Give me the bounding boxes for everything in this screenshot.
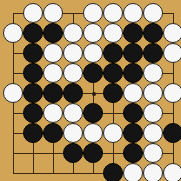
white-stone[interactable] xyxy=(143,103,163,123)
white-stone[interactable] xyxy=(83,23,103,43)
black-stone[interactable] xyxy=(43,123,63,143)
white-stone[interactable] xyxy=(43,3,63,23)
black-stone[interactable] xyxy=(103,63,123,83)
black-stone[interactable] xyxy=(123,23,143,43)
black-stone[interactable] xyxy=(23,83,43,103)
black-stone[interactable] xyxy=(123,43,143,63)
white-stone[interactable] xyxy=(163,163,181,181)
white-stone[interactable] xyxy=(3,83,23,103)
white-stone[interactable] xyxy=(103,123,123,143)
black-stone[interactable] xyxy=(103,43,123,63)
white-stone[interactable] xyxy=(63,43,83,63)
white-stone[interactable] xyxy=(3,23,23,43)
white-stone[interactable] xyxy=(63,123,83,143)
black-stone[interactable] xyxy=(23,43,43,63)
white-stone[interactable] xyxy=(83,43,103,63)
black-stone[interactable] xyxy=(123,63,143,83)
black-stone[interactable] xyxy=(63,83,83,103)
black-stone[interactable] xyxy=(123,143,143,163)
black-stone[interactable] xyxy=(103,163,123,181)
black-stone[interactable] xyxy=(83,63,103,83)
white-stone[interactable] xyxy=(143,3,163,23)
go-board[interactable] xyxy=(0,0,181,181)
black-stone[interactable] xyxy=(123,123,143,143)
white-stone[interactable] xyxy=(143,83,163,103)
white-stone[interactable] xyxy=(63,23,83,43)
white-stone[interactable] xyxy=(123,3,143,23)
black-stone[interactable] xyxy=(23,103,43,123)
black-stone[interactable] xyxy=(23,23,43,43)
white-stone[interactable] xyxy=(123,83,143,103)
black-stone[interactable] xyxy=(23,63,43,83)
black-stone[interactable] xyxy=(143,23,163,43)
white-stone[interactable] xyxy=(163,23,181,43)
white-stone[interactable] xyxy=(83,3,103,23)
black-stone[interactable] xyxy=(43,83,63,103)
black-stone[interactable] xyxy=(123,103,143,123)
black-stone[interactable] xyxy=(43,23,63,43)
black-stone[interactable] xyxy=(83,103,103,123)
white-stone[interactable] xyxy=(63,63,83,83)
white-stone[interactable] xyxy=(143,123,163,143)
white-stone[interactable] xyxy=(63,103,83,123)
white-stone[interactable] xyxy=(103,23,123,43)
white-stone[interactable] xyxy=(43,63,63,83)
white-stone[interactable] xyxy=(163,43,181,63)
black-stone[interactable] xyxy=(83,143,103,163)
white-stone[interactable] xyxy=(43,43,63,63)
white-stone[interactable] xyxy=(23,3,43,23)
white-stone[interactable] xyxy=(143,163,163,181)
white-stone[interactable] xyxy=(43,103,63,123)
white-stone[interactable] xyxy=(83,123,103,143)
hoshi-point xyxy=(92,92,96,96)
white-stone[interactable] xyxy=(163,83,181,103)
black-stone[interactable] xyxy=(143,43,163,63)
black-stone[interactable] xyxy=(103,83,123,103)
white-stone[interactable] xyxy=(143,143,163,163)
black-stone[interactable] xyxy=(23,123,43,143)
white-stone[interactable] xyxy=(103,3,123,23)
black-stone[interactable] xyxy=(63,143,83,163)
black-stone[interactable] xyxy=(163,123,181,143)
white-stone[interactable] xyxy=(123,163,143,181)
white-stone[interactable] xyxy=(143,63,163,83)
